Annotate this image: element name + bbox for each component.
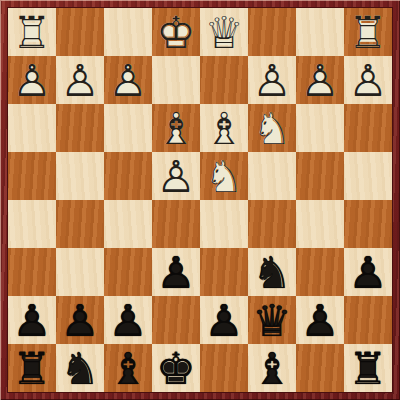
chess-board-frame: ♜♖♚♔♛♕♜♖♟♙♟♙♟♙♟♙♟♙♟♙♝♗♝♗♞♘♟♙♞♘♟♙♞♘♟♙♟♙♟♙…: [0, 0, 400, 400]
black-knight[interactable]: ♞♘: [248, 248, 296, 296]
black-pawn[interactable]: ♟♙: [152, 248, 200, 296]
square-b4[interactable]: [296, 152, 344, 200]
square-d3[interactable]: ♝♗: [200, 104, 248, 152]
square-f5[interactable]: [104, 200, 152, 248]
white-pawn[interactable]: ♟♙: [296, 56, 344, 104]
square-e2[interactable]: [152, 56, 200, 104]
square-c2[interactable]: ♟♙: [248, 56, 296, 104]
square-b5[interactable]: [296, 200, 344, 248]
white-pawn[interactable]: ♟♙: [152, 152, 200, 200]
square-f3[interactable]: [104, 104, 152, 152]
square-g7[interactable]: ♟♙: [56, 296, 104, 344]
piece-outline-glyph: ♗: [200, 104, 248, 152]
square-c3[interactable]: ♞♘: [248, 104, 296, 152]
piece-outline-glyph: ♙: [296, 56, 344, 104]
black-rook[interactable]: ♜♖: [344, 344, 392, 392]
piece-outline-glyph: ♙: [56, 56, 104, 104]
square-g8[interactable]: ♞♘: [56, 344, 104, 392]
square-f6[interactable]: [104, 248, 152, 296]
square-h2[interactable]: ♟♙: [8, 56, 56, 104]
square-f7[interactable]: ♟♙: [104, 296, 152, 344]
square-g4[interactable]: [56, 152, 104, 200]
square-c6[interactable]: ♞♘: [248, 248, 296, 296]
white-pawn[interactable]: ♟♙: [104, 56, 152, 104]
square-h5[interactable]: [8, 200, 56, 248]
square-a2[interactable]: ♟♙: [344, 56, 392, 104]
white-pawn[interactable]: ♟♙: [248, 56, 296, 104]
black-pawn[interactable]: ♟♙: [296, 296, 344, 344]
piece-outline-glyph: ♘: [248, 104, 296, 152]
square-e4[interactable]: ♟♙: [152, 152, 200, 200]
black-pawn[interactable]: ♟♙: [344, 248, 392, 296]
black-pawn[interactable]: ♟♙: [200, 296, 248, 344]
chess-board: ♜♖♚♔♛♕♜♖♟♙♟♙♟♙♟♙♟♙♟♙♝♗♝♗♞♘♟♙♞♘♟♙♞♘♟♙♟♙♟♙…: [8, 8, 392, 392]
piece-outline-glyph: ♙: [104, 296, 152, 344]
black-bishop[interactable]: ♝♗: [104, 344, 152, 392]
square-e8[interactable]: ♚♔: [152, 344, 200, 392]
square-g2[interactable]: ♟♙: [56, 56, 104, 104]
black-pawn[interactable]: ♟♙: [56, 296, 104, 344]
piece-outline-glyph: ♘: [56, 344, 104, 392]
square-b6[interactable]: [296, 248, 344, 296]
piece-outline-glyph: ♗: [152, 104, 200, 152]
piece-outline-glyph: ♕: [248, 296, 296, 344]
square-h3[interactable]: [8, 104, 56, 152]
square-f1[interactable]: [104, 8, 152, 56]
piece-outline-glyph: ♙: [344, 248, 392, 296]
square-d6[interactable]: [200, 248, 248, 296]
piece-outline-glyph: ♗: [248, 344, 296, 392]
square-a4[interactable]: [344, 152, 392, 200]
square-c5[interactable]: [248, 200, 296, 248]
square-b8[interactable]: [296, 344, 344, 392]
square-d5[interactable]: [200, 200, 248, 248]
piece-outline-glyph: ♔: [152, 344, 200, 392]
square-c1[interactable]: [248, 8, 296, 56]
black-pawn[interactable]: ♟♙: [104, 296, 152, 344]
white-pawn[interactable]: ♟♙: [56, 56, 104, 104]
white-queen[interactable]: ♛♕: [200, 8, 248, 56]
square-f2[interactable]: ♟♙: [104, 56, 152, 104]
white-bishop[interactable]: ♝♗: [200, 104, 248, 152]
square-b3[interactable]: [296, 104, 344, 152]
square-a5[interactable]: [344, 200, 392, 248]
piece-outline-glyph: ♖: [344, 344, 392, 392]
black-king[interactable]: ♚♔: [152, 344, 200, 392]
square-a1[interactable]: ♜♖: [344, 8, 392, 56]
square-e7[interactable]: [152, 296, 200, 344]
square-c4[interactable]: [248, 152, 296, 200]
white-pawn[interactable]: ♟♙: [8, 56, 56, 104]
square-c8[interactable]: ♝♗: [248, 344, 296, 392]
white-pawn[interactable]: ♟♙: [344, 56, 392, 104]
piece-outline-glyph: ♘: [248, 248, 296, 296]
piece-outline-glyph: ♙: [152, 152, 200, 200]
piece-outline-glyph: ♗: [104, 344, 152, 392]
square-g3[interactable]: [56, 104, 104, 152]
piece-outline-glyph: ♖: [8, 344, 56, 392]
black-queen[interactable]: ♛♕: [248, 296, 296, 344]
square-e1[interactable]: ♚♔: [152, 8, 200, 56]
piece-outline-glyph: ♙: [8, 296, 56, 344]
square-a3[interactable]: [344, 104, 392, 152]
square-g5[interactable]: [56, 200, 104, 248]
black-rook[interactable]: ♜♖: [8, 344, 56, 392]
black-bishop[interactable]: ♝♗: [248, 344, 296, 392]
piece-outline-glyph: ♙: [344, 56, 392, 104]
square-a8[interactable]: ♜♖: [344, 344, 392, 392]
square-b2[interactable]: ♟♙: [296, 56, 344, 104]
piece-outline-glyph: ♖: [344, 8, 392, 56]
square-b1[interactable]: [296, 8, 344, 56]
square-d2[interactable]: [200, 56, 248, 104]
square-h7[interactable]: ♟♙: [8, 296, 56, 344]
piece-outline-glyph: ♙: [56, 296, 104, 344]
piece-outline-glyph: ♔: [152, 8, 200, 56]
piece-outline-glyph: ♙: [104, 56, 152, 104]
square-e6[interactable]: ♟♙: [152, 248, 200, 296]
black-pawn[interactable]: ♟♙: [8, 296, 56, 344]
square-e3[interactable]: ♝♗: [152, 104, 200, 152]
square-h4[interactable]: [8, 152, 56, 200]
piece-outline-glyph: ♕: [200, 8, 248, 56]
square-d4[interactable]: ♞♘: [200, 152, 248, 200]
square-e5[interactable]: [152, 200, 200, 248]
square-h8[interactable]: ♜♖: [8, 344, 56, 392]
square-b7[interactable]: ♟♙: [296, 296, 344, 344]
square-a6[interactable]: ♟♙: [344, 248, 392, 296]
square-d7[interactable]: ♟♙: [200, 296, 248, 344]
square-g6[interactable]: [56, 248, 104, 296]
white-king[interactable]: ♚♔: [152, 8, 200, 56]
piece-outline-glyph: ♙: [8, 56, 56, 104]
white-rook[interactable]: ♜♖: [8, 8, 56, 56]
white-rook[interactable]: ♜♖: [344, 8, 392, 56]
piece-outline-glyph: ♙: [152, 248, 200, 296]
square-h1[interactable]: ♜♖: [8, 8, 56, 56]
square-g1[interactable]: [56, 8, 104, 56]
piece-outline-glyph: ♙: [248, 56, 296, 104]
piece-outline-glyph: ♘: [200, 152, 248, 200]
white-knight[interactable]: ♞♘: [248, 104, 296, 152]
square-h6[interactable]: [8, 248, 56, 296]
piece-outline-glyph: ♙: [296, 296, 344, 344]
black-knight[interactable]: ♞♘: [56, 344, 104, 392]
piece-outline-glyph: ♖: [8, 8, 56, 56]
square-c7[interactable]: ♛♕: [248, 296, 296, 344]
white-knight[interactable]: ♞♘: [200, 152, 248, 200]
square-d1[interactable]: ♛♕: [200, 8, 248, 56]
square-f4[interactable]: [104, 152, 152, 200]
square-f8[interactable]: ♝♗: [104, 344, 152, 392]
piece-outline-glyph: ♙: [200, 296, 248, 344]
square-a7[interactable]: [344, 296, 392, 344]
white-bishop[interactable]: ♝♗: [152, 104, 200, 152]
square-d8[interactable]: [200, 344, 248, 392]
